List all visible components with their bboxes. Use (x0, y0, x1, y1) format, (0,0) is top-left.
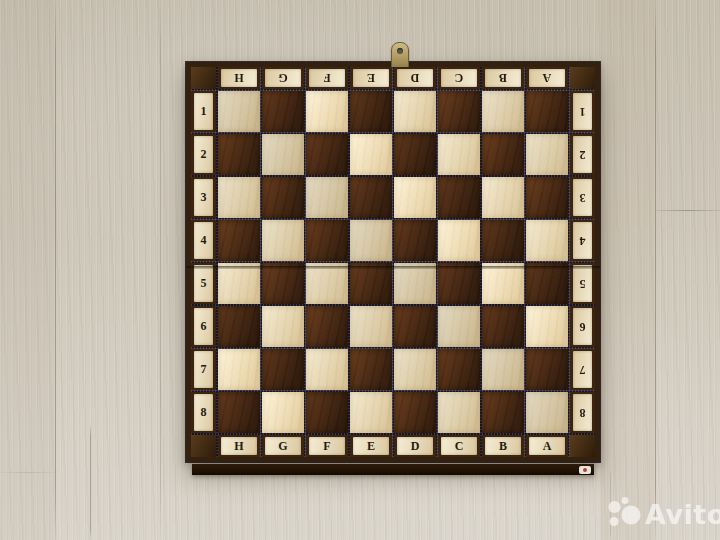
file-label-top: B (482, 67, 524, 89)
board-square-light (526, 392, 568, 433)
frame-corner (191, 435, 216, 457)
coordinate-plaque: H (221, 437, 257, 455)
board-square-light (394, 349, 436, 390)
board-square-dark (218, 220, 260, 261)
coordinate-plaque: C (441, 69, 477, 87)
coordinate-plaque: 8 (573, 394, 592, 431)
board-square-light (306, 263, 348, 304)
coordinate-plaque: 7 (573, 351, 592, 388)
rank-label-right: 2 (570, 134, 595, 175)
coordinate-plaque: 5 (573, 265, 592, 302)
coordinate-plaque: H (221, 69, 257, 87)
board-square-dark (482, 306, 524, 347)
coordinate-plaque: 7 (194, 351, 213, 388)
board-square-light (218, 349, 260, 390)
coordinate-plaque: 1 (573, 93, 592, 130)
coordinate-plaque: A (529, 437, 565, 455)
board-square-dark (394, 134, 436, 175)
board-square-light (306, 177, 348, 218)
file-label-top: D (394, 67, 436, 89)
board-square-dark (350, 177, 392, 218)
coordinate-plaque: 6 (194, 308, 213, 345)
rank-label-right: 1 (570, 91, 595, 132)
board-square-dark (482, 392, 524, 433)
board-square-dark (306, 392, 348, 433)
coordinate-plaque: F (309, 437, 345, 455)
rank-label-left: 2 (191, 134, 216, 175)
board-square-dark (526, 91, 568, 132)
avito-logo-icon (606, 496, 642, 532)
board-square-light (350, 220, 392, 261)
board-square-light (438, 306, 480, 347)
rank-label-left: 6 (191, 306, 216, 347)
board-square-light (394, 177, 436, 218)
floor-plank-seam (655, 0, 656, 540)
board-square-light (482, 91, 524, 132)
coordinate-plaque: 6 (573, 308, 592, 345)
board-grid: HGFEDCBA1122334455667788HGFEDCBA (191, 67, 595, 457)
board-square-dark (262, 177, 304, 218)
coordinate-plaque: 2 (194, 136, 213, 173)
coordinate-plaque: F (309, 69, 345, 87)
coordinate-plaque: C (441, 437, 477, 455)
board-square-light (438, 220, 480, 261)
coordinate-plaque: 8 (194, 394, 213, 431)
rank-label-left: 1 (191, 91, 216, 132)
board-square-dark (482, 134, 524, 175)
rank-label-right: 4 (570, 220, 595, 261)
board-square-dark (218, 134, 260, 175)
file-label-bottom: B (482, 435, 524, 457)
board-square-light (306, 91, 348, 132)
board-square-dark (350, 91, 392, 132)
coordinate-plaque: 4 (194, 222, 213, 259)
board-square-light (262, 134, 304, 175)
file-label-bottom: G (262, 435, 304, 457)
board-square-dark (438, 91, 480, 132)
rank-label-right: 7 (570, 349, 595, 390)
coordinate-plaque: A (529, 69, 565, 87)
file-label-bottom: C (438, 435, 480, 457)
frame-corner (570, 67, 595, 89)
rank-label-right: 8 (570, 392, 595, 433)
latch-hook-detail (579, 466, 591, 474)
rank-label-left: 8 (191, 392, 216, 433)
board-square-dark (262, 91, 304, 132)
board-square-light (218, 177, 260, 218)
board-square-light (262, 306, 304, 347)
board-square-dark (526, 177, 568, 218)
board-square-dark (394, 306, 436, 347)
frame-corner (570, 435, 595, 457)
board-square-dark (394, 392, 436, 433)
file-label-top: A (526, 67, 568, 89)
board-square-light (218, 91, 260, 132)
rank-label-left: 3 (191, 177, 216, 218)
board-square-light (394, 263, 436, 304)
photo-scene: HGFEDCBA1122334455667788HGFEDCBA Avito (0, 0, 720, 540)
floor-plank-seam (55, 0, 56, 540)
coordinate-plaque: 3 (194, 179, 213, 216)
coordinate-plaque: B (485, 437, 521, 455)
rank-label-right: 5 (570, 263, 595, 304)
coordinate-plaque: 3 (573, 179, 592, 216)
board-square-dark (306, 134, 348, 175)
board-square-light (526, 134, 568, 175)
board-square-dark (438, 263, 480, 304)
file-label-top: E (350, 67, 392, 89)
board-square-dark (262, 263, 304, 304)
board-square-dark (306, 306, 348, 347)
board-square-dark (438, 177, 480, 218)
file-label-top: H (218, 67, 260, 89)
floor-plank-joint (655, 210, 720, 211)
board-square-light (262, 220, 304, 261)
board-square-light (350, 306, 392, 347)
coordinate-plaque: D (397, 437, 433, 455)
chess-board: HGFEDCBA1122334455667788HGFEDCBA (186, 62, 600, 462)
board-square-light (306, 349, 348, 390)
file-label-top: G (262, 67, 304, 89)
board-square-light (350, 392, 392, 433)
board-square-light (350, 134, 392, 175)
file-label-bottom: F (306, 435, 348, 457)
coordinate-plaque: D (397, 69, 433, 87)
board-square-dark (262, 349, 304, 390)
rank-label-right: 6 (570, 306, 595, 347)
board-square-dark (350, 349, 392, 390)
rank-label-left: 5 (191, 263, 216, 304)
rank-label-left: 4 (191, 220, 216, 261)
board-square-dark (526, 263, 568, 304)
board-square-light (482, 349, 524, 390)
floor-plank-shade (600, 0, 655, 540)
avito-watermark: Avito (606, 496, 720, 532)
board-square-dark (526, 349, 568, 390)
board-square-dark (438, 349, 480, 390)
file-label-bottom: A (526, 435, 568, 457)
board-square-light (438, 134, 480, 175)
coordinate-plaque: E (353, 437, 389, 455)
board-square-light (394, 91, 436, 132)
file-label-bottom: D (394, 435, 436, 457)
board-square-light (526, 220, 568, 261)
coordinate-plaque: G (265, 437, 301, 455)
coordinate-plaque: 2 (573, 136, 592, 173)
board-square-light (438, 392, 480, 433)
coordinate-plaque: B (485, 69, 521, 87)
floor-plank-joint (0, 472, 55, 473)
file-label-bottom: E (350, 435, 392, 457)
board-square-dark (218, 392, 260, 433)
board-square-dark (306, 220, 348, 261)
board-square-light (262, 392, 304, 433)
frame-corner (191, 67, 216, 89)
floor-plank-shade (0, 0, 55, 540)
watermark-text: Avito (645, 501, 720, 528)
board-square-dark (350, 263, 392, 304)
floor-plank-seam (160, 0, 161, 540)
board-square-light (526, 306, 568, 347)
coordinate-plaque: 1 (194, 93, 213, 130)
floor-plank-seam (90, 425, 91, 540)
coordinate-plaque: G (265, 69, 301, 87)
board-square-dark (394, 220, 436, 261)
coordinate-plaque: E (353, 69, 389, 87)
file-label-top: F (306, 67, 348, 89)
file-label-top: C (438, 67, 480, 89)
board-side-edge (192, 464, 594, 475)
board-square-light (482, 263, 524, 304)
coordinate-plaque: 4 (573, 222, 592, 259)
file-label-bottom: H (218, 435, 260, 457)
board-square-light (218, 263, 260, 304)
rank-label-left: 7 (191, 349, 216, 390)
board-square-light (482, 177, 524, 218)
rank-label-right: 3 (570, 177, 595, 218)
board-square-dark (482, 220, 524, 261)
board-square-dark (218, 306, 260, 347)
coordinate-plaque: 5 (194, 265, 213, 302)
